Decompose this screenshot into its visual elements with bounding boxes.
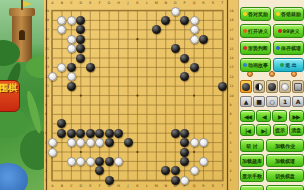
black-stone-F6[interactable] xyxy=(95,129,104,138)
white-stone-C15[interactable] xyxy=(67,44,76,53)
black-stone-G5[interactable] xyxy=(105,138,114,147)
white-stone-C3[interactable] xyxy=(67,157,76,166)
column-label-bottom: L xyxy=(146,184,148,188)
alternate-stone-tool[interactable] xyxy=(253,80,265,93)
black-stone-P4[interactable] xyxy=(180,148,189,157)
column-label-top: Q xyxy=(193,1,196,5)
clipped-button-left[interactable] xyxy=(240,185,264,190)
star-point xyxy=(80,95,82,97)
hint-button[interactable]: 提示 xyxy=(273,124,288,136)
row-label-right: 6 xyxy=(230,131,232,135)
research-button-label: 研 讨 xyxy=(246,143,258,149)
row-label-left: 17 xyxy=(45,28,49,32)
column-label-bottom: E xyxy=(89,184,91,188)
white-stone-C18[interactable] xyxy=(67,16,76,25)
go-teaching-app: { "game": "go", "app": { "description": … xyxy=(0,0,304,190)
black-stone-E6[interactable] xyxy=(86,129,95,138)
column-label-bottom: S xyxy=(212,184,214,188)
black-stone-O1[interactable] xyxy=(171,176,180,185)
row-label-left: 6 xyxy=(45,131,47,135)
row-label-left: 8 xyxy=(45,112,47,116)
white-stone-Q17[interactable] xyxy=(190,25,199,34)
row-label-left: 10 xyxy=(45,94,49,98)
column-label-bottom: K xyxy=(136,184,138,188)
row-label-right: 14 xyxy=(230,56,234,60)
white-stone-Q18[interactable] xyxy=(190,16,199,25)
step-forward-button[interactable]: ▶ xyxy=(272,110,287,122)
black-stone-O6[interactable] xyxy=(171,129,180,138)
column-label-bottom: J xyxy=(127,184,128,188)
row-label-left: 18 xyxy=(45,18,49,22)
star-point xyxy=(136,95,138,97)
star-point xyxy=(136,38,138,40)
menu-button-6[interactable]: 保存棋谱 xyxy=(273,41,304,55)
menu-button-3[interactable]: 打开讲义 xyxy=(240,24,271,38)
white-stone-R3[interactable] xyxy=(199,157,208,166)
rewind-button-label: ◀◀ xyxy=(244,113,251,120)
black-stone-G3[interactable] xyxy=(105,157,114,166)
menu-button-2[interactable]: 答错鼓励 xyxy=(273,7,304,21)
column-label-top: B xyxy=(61,1,63,5)
tower-window xyxy=(19,30,25,40)
column-label-bottom: N xyxy=(164,184,167,188)
row-label-left: 4 xyxy=(45,150,47,154)
white-stone-Q2[interactable] xyxy=(190,166,199,175)
row-label-right: 16 xyxy=(230,37,234,41)
save-icon xyxy=(276,46,280,50)
column-label-bottom: C xyxy=(70,184,72,188)
menu-button-2-label: 答错鼓励 xyxy=(281,11,301,17)
white-stone-E3[interactable] xyxy=(86,157,95,166)
square-marker-tool[interactable]: ■ xyxy=(253,96,265,107)
column-label-bottom: B xyxy=(61,184,63,188)
row-label-right: 2 xyxy=(230,169,232,173)
row-label-left: 13 xyxy=(45,65,49,69)
clear-board-button[interactable]: 清盘 xyxy=(289,124,304,136)
white-stone-A4[interactable] xyxy=(48,148,57,157)
water-decor xyxy=(0,163,28,190)
step-back-button[interactable]: ◀ xyxy=(256,110,271,122)
load-homework-button[interactable]: 加载作业 xyxy=(266,139,304,152)
load-kifu-button-label: 加载棋谱 xyxy=(275,158,295,164)
letter-marker-tool[interactable]: A xyxy=(292,96,304,107)
control-panel: 答对奖励答错鼓励打开讲义99讲义形势判断保存棋谱动画故事退 出▲■○1A◀◀◀▶… xyxy=(238,0,304,190)
menu-button-5[interactable]: 形势判断 xyxy=(240,41,271,55)
column-label-top: J xyxy=(127,1,128,5)
column-label-bottom: R xyxy=(202,184,204,188)
row-label-right: 19 xyxy=(230,9,234,13)
row-label-left: 2 xyxy=(45,169,47,173)
step-forward-button-label: ▶ xyxy=(278,113,282,120)
black-stone-O2[interactable] xyxy=(171,166,180,175)
row-label-right: 7 xyxy=(230,122,232,126)
row-label-right: 11 xyxy=(230,84,234,88)
white-stone-E5[interactable] xyxy=(86,138,95,147)
show-move-numbers-button[interactable]: 显示手数 xyxy=(240,169,264,182)
load-problems-button[interactable]: 加载题库 xyxy=(240,154,264,167)
menu-button-1[interactable]: 答对奖励 xyxy=(240,7,271,21)
switch-board-button[interactable]: 切换棋盘 xyxy=(266,169,304,182)
clipped-button-right[interactable] xyxy=(266,185,304,190)
black-stone-P3[interactable] xyxy=(180,157,189,166)
black-stone-C6[interactable] xyxy=(67,129,76,138)
black-stone-O15[interactable] xyxy=(171,44,180,53)
column-label-bottom: D xyxy=(79,184,82,188)
row-label-right: 3 xyxy=(230,159,232,163)
column-label-bottom: H xyxy=(117,184,120,188)
white-stone-C5[interactable] xyxy=(67,138,76,147)
movie-icon xyxy=(243,63,247,67)
black-stone-P18[interactable] xyxy=(180,16,189,25)
badge-99-icon xyxy=(278,29,282,33)
row-label-left: 11 xyxy=(45,84,49,88)
column-label-top: A xyxy=(51,1,53,5)
row-label-left: 9 xyxy=(45,103,47,107)
jungle-background: 围棋 xyxy=(0,0,48,190)
black-stone-P14[interactable] xyxy=(180,54,189,63)
row-label-left: 5 xyxy=(45,141,47,145)
black-stone-R16[interactable] xyxy=(199,35,208,44)
eraser-tool[interactable] xyxy=(292,80,304,93)
column-label-top: D xyxy=(79,1,82,5)
black-stone-D16[interactable] xyxy=(76,35,85,44)
exit-icon xyxy=(280,63,284,67)
menu-button-8-label: 退 出 xyxy=(285,62,297,68)
row-label-right: 4 xyxy=(230,150,232,154)
black-stone-T11[interactable] xyxy=(218,82,227,91)
column-label-top: T xyxy=(221,1,223,5)
white-stone-Q5[interactable] xyxy=(190,138,199,147)
column-label-top: N xyxy=(164,1,167,5)
column-label-top: R xyxy=(202,1,204,5)
column-label-top: M xyxy=(155,1,158,5)
black-stone-G6[interactable] xyxy=(105,129,114,138)
step-back-button-label: ◀ xyxy=(262,113,266,120)
circle-marker-tool[interactable]: ○ xyxy=(266,96,278,107)
mascot-icon xyxy=(269,71,275,77)
menu-button-8[interactable]: 退 出 xyxy=(273,58,304,72)
row-label-left: 1 xyxy=(45,178,47,182)
white-stone-tool[interactable] xyxy=(279,80,291,93)
row-label-right: 1 xyxy=(230,178,232,182)
black-stone-P6[interactable] xyxy=(180,129,189,138)
row-label-left: 19 xyxy=(45,9,49,13)
column-label-top: F xyxy=(99,1,101,5)
column-label-top: K xyxy=(136,1,138,5)
column-label-top: L xyxy=(146,1,148,5)
switch-board-button-label: 切换棋盘 xyxy=(275,173,295,179)
column-label-top: S xyxy=(212,1,214,5)
row-label-right: 12 xyxy=(230,75,234,79)
research-button[interactable]: 研 讨 xyxy=(240,139,264,152)
white-stone-tool-icon xyxy=(281,83,289,91)
first-move-button[interactable]: |◀ xyxy=(240,124,255,136)
black-stone-J5[interactable] xyxy=(124,138,133,147)
menu-button-1-label: 答对奖励 xyxy=(248,11,268,17)
star-point xyxy=(136,151,138,153)
rewind-button[interactable]: ◀◀ xyxy=(240,110,255,122)
book-icon xyxy=(243,29,247,33)
white-stone-C16[interactable] xyxy=(67,35,76,44)
black-stone-H6[interactable] xyxy=(114,129,123,138)
row-label-right: 9 xyxy=(230,103,232,107)
menu-button-5-label: 形势判断 xyxy=(248,45,268,51)
white-stone-P1[interactable] xyxy=(180,176,189,185)
row-label-right: 18 xyxy=(230,18,234,22)
column-label-top: G xyxy=(108,1,111,5)
vine-decor xyxy=(24,90,43,135)
leaf-decor xyxy=(0,108,28,138)
triangle-marker-tool[interactable]: ▲ xyxy=(240,96,252,107)
analysis-icon xyxy=(243,46,247,50)
app-logo: 围棋 xyxy=(0,80,20,112)
column-label-top: P xyxy=(184,1,186,5)
white-stone-O19[interactable] xyxy=(171,7,180,16)
row-label-right: 13 xyxy=(230,65,234,69)
menu-button-7[interactable]: 动画故事 xyxy=(240,58,271,72)
column-label-bottom: T xyxy=(221,184,223,188)
menu-button-6-label: 保存棋谱 xyxy=(281,45,301,51)
last-move-button[interactable]: ▶| xyxy=(256,124,271,136)
hint-button-label: 提示 xyxy=(275,127,285,133)
go-board[interactable]: AABBCCDDEEFFGGHHJJKKLLMMNNOOPPQQRRSSTT19… xyxy=(44,0,238,190)
fast-forward-button[interactable]: ▶▶ xyxy=(289,110,304,122)
row-label-right: 17 xyxy=(230,28,234,32)
flag-pole xyxy=(21,0,23,10)
black-stone-tool[interactable] xyxy=(240,80,252,93)
row-label-left: 16 xyxy=(45,37,49,41)
eraser-tool-icon xyxy=(294,83,302,91)
row-label-right: 5 xyxy=(230,141,232,145)
first-move-button-label: |◀ xyxy=(245,127,250,134)
row-label-left: 7 xyxy=(45,122,47,126)
menu-button-4-label: 99讲义 xyxy=(283,28,300,34)
column-label-top: C xyxy=(70,1,72,5)
star-point xyxy=(193,95,195,97)
row-label-left: 15 xyxy=(45,47,49,51)
number-marker-tool[interactable]: 1 xyxy=(279,96,291,107)
black-stone-tool-2[interactable] xyxy=(266,80,278,93)
load-problems-button-label: 加载题库 xyxy=(242,158,262,164)
column-label-bottom: A xyxy=(51,184,53,188)
black-stone-D14[interactable] xyxy=(76,54,85,63)
menu-button-7-label: 动画故事 xyxy=(248,62,268,68)
black-stone-E13[interactable] xyxy=(86,63,95,72)
row-label-left: 3 xyxy=(45,159,47,163)
fast-forward-button-label: ▶▶ xyxy=(292,113,299,120)
white-stone-Q16[interactable] xyxy=(190,35,199,44)
row-label-left: 14 xyxy=(45,56,49,60)
column-label-top: H xyxy=(117,1,120,5)
black-stone-tool-2-icon xyxy=(268,83,276,91)
row-label-right: 10 xyxy=(230,94,234,98)
star-point xyxy=(193,151,195,153)
white-stone-H3[interactable] xyxy=(114,157,123,166)
black-stone-Q13[interactable] xyxy=(190,63,199,72)
column-label-top: E xyxy=(89,1,91,5)
star-point xyxy=(80,151,82,153)
black-stone-C13[interactable] xyxy=(67,63,76,72)
menu-button-4[interactable]: 99讲义 xyxy=(273,24,304,38)
load-kifu-button[interactable]: 加载棋谱 xyxy=(266,154,304,167)
column-label-top: O xyxy=(174,1,177,5)
column-label-bottom: Q xyxy=(193,184,196,188)
smiley-icon xyxy=(243,12,247,16)
black-stone-tool-icon xyxy=(242,83,250,91)
clear-board-button-label: 清盘 xyxy=(291,127,301,133)
row-label-right: 8 xyxy=(230,112,232,116)
show-move-numbers-button-label: 显示手数 xyxy=(242,173,262,179)
black-stone-G1[interactable] xyxy=(105,176,114,185)
menu-button-3-label: 打开讲义 xyxy=(248,28,268,34)
alternate-stone-tool-icon xyxy=(255,83,263,91)
column-label-bottom: M xyxy=(155,184,158,188)
black-stone-D6[interactable] xyxy=(76,129,85,138)
black-stone-C11[interactable] xyxy=(67,82,76,91)
column-label-bottom: F xyxy=(99,184,101,188)
load-homework-button-label: 加载作业 xyxy=(275,143,295,149)
smiley-icon xyxy=(276,12,280,16)
row-label-right: 15 xyxy=(230,47,234,51)
last-move-button-label: ▶| xyxy=(261,127,266,134)
